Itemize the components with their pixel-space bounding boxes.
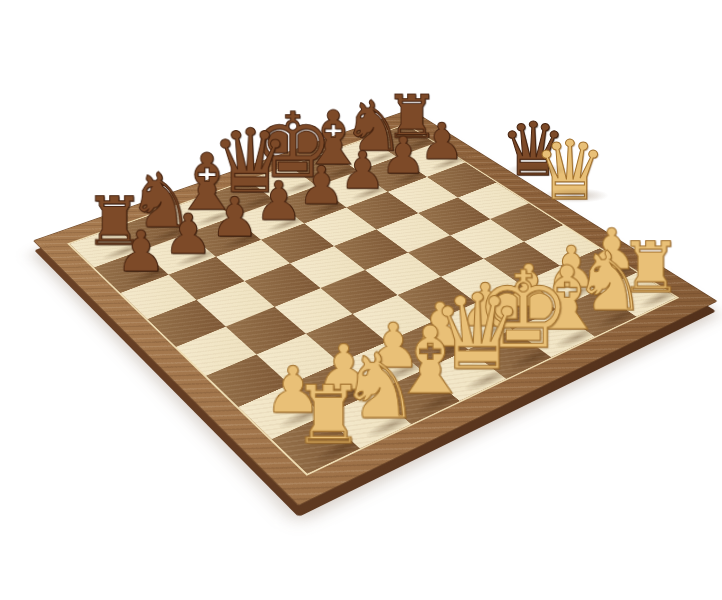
- black-pawn[interactable]: ♟: [339, 144, 386, 196]
- black-pawn[interactable]: ♟: [297, 159, 344, 212]
- black-pawn[interactable]: ♟: [380, 130, 426, 181]
- black-pawn[interactable]: ♟: [210, 190, 259, 245]
- black-pawn[interactable]: ♟: [163, 206, 213, 262]
- white-rook[interactable]: ♜: [293, 375, 365, 455]
- spare-black-queen-shadow: [506, 163, 568, 177]
- square-a1[interactable]: ♜: [272, 415, 360, 473]
- product-photo-scene: ♜♞♝♛♚♝♞♜♟♟♟♟♟♟♟♟♟♟♟♟♟♟♟♟♜♞♝♛♚♝♞♜: [0, 0, 722, 600]
- black-pawn[interactable]: ♟: [254, 174, 302, 228]
- spare-white-queen-shadow: [541, 188, 609, 203]
- black-pawn[interactable]: ♟: [115, 223, 166, 280]
- chess-board: ♜♞♝♛♚♝♞♜♟♟♟♟♟♟♟♟♟♟♟♟♟♟♟♟♜♞♝♛♚♝♞♜: [33, 109, 718, 506]
